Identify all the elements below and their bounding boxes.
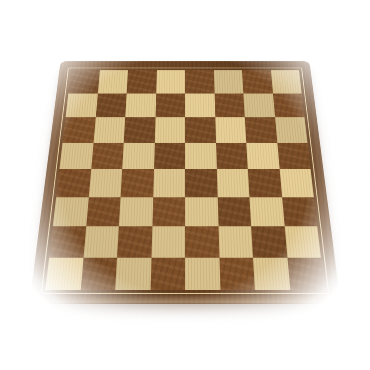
- frame-bottom-edge-highlight: [36, 295, 335, 303]
- square-r1c1: [95, 93, 126, 117]
- square-r2c7: [275, 117, 308, 142]
- square-r1c6: [243, 93, 274, 117]
- square-r1c7: [273, 93, 305, 117]
- square-r3c0: [59, 142, 93, 169]
- square-r7c3: [150, 257, 185, 290]
- square-r2c1: [93, 117, 125, 142]
- square-r6c5: [218, 226, 253, 257]
- square-r7c0: [45, 257, 83, 290]
- square-r5c6: [249, 197, 284, 226]
- square-r1c2: [125, 93, 156, 117]
- square-r3c3: [154, 142, 185, 169]
- square-r3c5: [216, 142, 248, 169]
- square-r0c2: [127, 70, 157, 93]
- chess-board: [29, 61, 340, 304]
- square-r5c4: [185, 197, 218, 226]
- square-r1c3: [155, 93, 185, 117]
- square-r5c3: [152, 197, 185, 226]
- square-r0c6: [242, 70, 273, 93]
- square-r2c6: [245, 117, 277, 142]
- square-r4c0: [56, 169, 91, 197]
- square-r7c2: [115, 257, 151, 290]
- square-r7c7: [287, 257, 325, 290]
- square-r4c1: [88, 169, 122, 197]
- square-r3c6: [246, 142, 279, 169]
- square-r6c3: [151, 226, 185, 257]
- square-r7c1: [80, 257, 117, 290]
- square-r4c2: [121, 169, 154, 197]
- square-r7c6: [253, 257, 290, 290]
- square-r4c6: [248, 169, 282, 197]
- square-r6c6: [251, 226, 287, 257]
- square-r1c4: [185, 93, 215, 117]
- square-r5c5: [217, 197, 251, 226]
- square-r5c2: [119, 197, 153, 226]
- square-r2c5: [215, 117, 246, 142]
- square-r4c5: [216, 169, 249, 197]
- square-r6c0: [49, 226, 86, 257]
- square-r4c4: [185, 169, 217, 197]
- square-r3c2: [122, 142, 154, 169]
- square-r7c4: [185, 257, 220, 290]
- square-r2c4: [185, 117, 216, 142]
- square-r5c7: [282, 197, 318, 226]
- square-r2c2: [124, 117, 155, 142]
- square-r3c1: [91, 142, 124, 169]
- square-r6c4: [185, 226, 219, 257]
- square-r3c4: [185, 142, 216, 169]
- square-r0c7: [271, 70, 302, 93]
- square-r5c0: [53, 197, 89, 226]
- square-r6c1: [83, 226, 119, 257]
- square-r6c7: [284, 226, 321, 257]
- square-r0c3: [156, 70, 185, 93]
- square-r7c5: [219, 257, 255, 290]
- square-r5c1: [86, 197, 121, 226]
- square-r4c3: [153, 169, 185, 197]
- square-r0c4: [185, 70, 214, 93]
- square-r1c5: [214, 93, 245, 117]
- playing-area: [45, 70, 324, 290]
- board-scene: [0, 0, 370, 354]
- square-r6c2: [117, 226, 152, 257]
- square-r1c0: [65, 93, 97, 117]
- square-r2c3: [154, 117, 185, 142]
- square-r2c0: [63, 117, 96, 142]
- square-r3c7: [277, 142, 311, 169]
- square-r4c7: [279, 169, 314, 197]
- square-r0c0: [68, 70, 99, 93]
- product-photo-stage: [0, 0, 370, 370]
- square-r0c1: [97, 70, 128, 93]
- square-r0c5: [214, 70, 244, 93]
